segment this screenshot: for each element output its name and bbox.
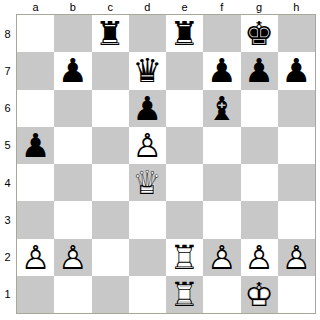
file-label-a: a xyxy=(17,0,54,14)
file-label-f: f xyxy=(203,0,240,14)
rank-label-7: 7 xyxy=(0,52,15,89)
file-label-h: h xyxy=(278,0,315,14)
piece-outline: ♙ xyxy=(129,127,166,164)
square-h8[interactable] xyxy=(278,15,315,52)
square-a5[interactable]: ♟ xyxy=(17,127,54,164)
white-rook[interactable]: ♜♖ xyxy=(166,239,203,276)
white-pawn[interactable]: ♟♙ xyxy=(278,239,315,276)
white-pawn[interactable]: ♟♙ xyxy=(203,239,240,276)
piece-outline: ♕ xyxy=(129,164,166,201)
piece-outline: ♙ xyxy=(203,239,240,276)
square-b6[interactable] xyxy=(54,90,91,127)
square-a6[interactable] xyxy=(17,90,54,127)
square-c2[interactable] xyxy=(92,239,129,276)
square-e4[interactable] xyxy=(166,164,203,201)
square-e5[interactable] xyxy=(166,127,203,164)
piece-outline: ♙ xyxy=(17,239,54,276)
chess-diagram: abcdefgh 87654321 ♜♜♚♟♛♟♟♟♟♝♟♟♙♛♕♟♙♟♙♜♖♟… xyxy=(0,0,320,320)
square-a2[interactable]: ♟♙ xyxy=(17,239,54,276)
piece-glyph: ♛ xyxy=(129,52,166,89)
white-queen[interactable]: ♛♕ xyxy=(129,164,166,201)
square-h2[interactable]: ♟♙ xyxy=(278,239,315,276)
square-d4[interactable]: ♛♕ xyxy=(129,164,166,201)
piece-glyph: ♚ xyxy=(241,15,278,52)
white-pawn[interactable]: ♟♙ xyxy=(241,239,278,276)
square-b2[interactable]: ♟♙ xyxy=(54,239,91,276)
square-e7[interactable] xyxy=(166,52,203,89)
file-label-e: e xyxy=(166,0,203,14)
square-f2[interactable]: ♟♙ xyxy=(203,239,240,276)
square-c5[interactable] xyxy=(92,127,129,164)
square-h5[interactable] xyxy=(278,127,315,164)
square-d7[interactable]: ♛ xyxy=(129,52,166,89)
rank-label-6: 6 xyxy=(0,90,15,127)
piece-glyph: ♟ xyxy=(278,52,315,89)
black-rook[interactable]: ♜ xyxy=(92,15,129,52)
white-pawn[interactable]: ♟♙ xyxy=(129,127,166,164)
square-c3[interactable] xyxy=(92,201,129,238)
square-h4[interactable] xyxy=(278,164,315,201)
piece-outline: ♙ xyxy=(241,239,278,276)
square-f1[interactable] xyxy=(203,276,240,313)
square-d1[interactable] xyxy=(129,276,166,313)
square-b8[interactable] xyxy=(54,15,91,52)
square-g5[interactable] xyxy=(241,127,278,164)
square-f6[interactable]: ♝ xyxy=(203,90,240,127)
black-king[interactable]: ♚ xyxy=(241,15,278,52)
square-f4[interactable] xyxy=(203,164,240,201)
white-rook[interactable]: ♜♖ xyxy=(166,276,203,313)
square-b4[interactable] xyxy=(54,164,91,201)
square-h3[interactable] xyxy=(278,201,315,238)
square-d2[interactable] xyxy=(129,239,166,276)
black-queen[interactable]: ♛ xyxy=(129,52,166,89)
square-e1[interactable]: ♜♖ xyxy=(166,276,203,313)
square-g2[interactable]: ♟♙ xyxy=(241,239,278,276)
rank-label-1: 1 xyxy=(0,276,15,313)
white-pawn[interactable]: ♟♙ xyxy=(54,239,91,276)
square-a3[interactable] xyxy=(17,201,54,238)
rank-labels: 87654321 xyxy=(0,15,15,313)
piece-glyph: ♟ xyxy=(129,90,166,127)
square-b5[interactable] xyxy=(54,127,91,164)
square-f8[interactable] xyxy=(203,15,240,52)
square-f5[interactable] xyxy=(203,127,240,164)
rank-label-3: 3 xyxy=(0,201,15,238)
square-g7[interactable]: ♟ xyxy=(241,52,278,89)
file-labels: abcdefgh xyxy=(17,0,315,14)
black-pawn[interactable]: ♟ xyxy=(129,90,166,127)
piece-glyph: ♟ xyxy=(17,127,54,164)
piece-glyph: ♜ xyxy=(166,15,203,52)
square-g3[interactable] xyxy=(241,201,278,238)
square-c6[interactable] xyxy=(92,90,129,127)
square-h7[interactable]: ♟ xyxy=(278,52,315,89)
piece-glyph: ♝ xyxy=(203,90,240,127)
piece-glyph: ♟ xyxy=(241,52,278,89)
piece-outline: ♙ xyxy=(278,239,315,276)
file-label-b: b xyxy=(54,0,91,14)
rank-label-8: 8 xyxy=(0,15,15,52)
file-label-g: g xyxy=(241,0,278,14)
piece-glyph: ♜ xyxy=(92,15,129,52)
square-e3[interactable] xyxy=(166,201,203,238)
rank-label-2: 2 xyxy=(0,239,15,276)
square-b7[interactable]: ♟ xyxy=(54,52,91,89)
rank-label-5: 5 xyxy=(0,127,15,164)
square-h6[interactable] xyxy=(278,90,315,127)
white-pawn[interactable]: ♟♙ xyxy=(17,239,54,276)
piece-outline: ♖ xyxy=(166,239,203,276)
square-f7[interactable]: ♟ xyxy=(203,52,240,89)
square-g6[interactable] xyxy=(241,90,278,127)
square-d8[interactable] xyxy=(129,15,166,52)
black-pawn[interactable]: ♟ xyxy=(278,52,315,89)
black-pawn[interactable]: ♟ xyxy=(241,52,278,89)
rank-label-4: 4 xyxy=(0,164,15,201)
square-c8[interactable]: ♜ xyxy=(92,15,129,52)
square-d6[interactable]: ♟ xyxy=(129,90,166,127)
square-e6[interactable] xyxy=(166,90,203,127)
piece-outline: ♙ xyxy=(54,239,91,276)
piece-outline: ♔ xyxy=(241,276,278,313)
square-a7[interactable] xyxy=(17,52,54,89)
square-a4[interactable] xyxy=(17,164,54,201)
piece-glyph: ♟ xyxy=(54,52,91,89)
square-e8[interactable]: ♜ xyxy=(166,15,203,52)
black-rook[interactable]: ♜ xyxy=(166,15,203,52)
square-a8[interactable] xyxy=(17,15,54,52)
white-king[interactable]: ♚♔ xyxy=(241,276,278,313)
square-d3[interactable] xyxy=(129,201,166,238)
square-f3[interactable] xyxy=(203,201,240,238)
square-c1[interactable] xyxy=(92,276,129,313)
file-label-c: c xyxy=(92,0,129,14)
square-c4[interactable] xyxy=(92,164,129,201)
square-g1[interactable]: ♚♔ xyxy=(241,276,278,313)
square-h1[interactable] xyxy=(278,276,315,313)
chess-board: ♜♜♚♟♛♟♟♟♟♝♟♟♙♛♕♟♙♟♙♜♖♟♙♟♙♟♙♜♖♚♔ xyxy=(16,14,316,314)
black-pawn[interactable]: ♟ xyxy=(54,52,91,89)
square-d5[interactable]: ♟♙ xyxy=(129,127,166,164)
black-pawn[interactable]: ♟ xyxy=(203,52,240,89)
piece-glyph: ♟ xyxy=(203,52,240,89)
square-g4[interactable] xyxy=(241,164,278,201)
black-pawn[interactable]: ♟ xyxy=(17,127,54,164)
square-c7[interactable] xyxy=(92,52,129,89)
square-b1[interactable] xyxy=(54,276,91,313)
square-b3[interactable] xyxy=(54,201,91,238)
square-e2[interactable]: ♜♖ xyxy=(166,239,203,276)
square-g8[interactable]: ♚ xyxy=(241,15,278,52)
black-bishop[interactable]: ♝ xyxy=(203,90,240,127)
square-a1[interactable] xyxy=(17,276,54,313)
file-label-d: d xyxy=(129,0,166,14)
piece-outline: ♖ xyxy=(166,276,203,313)
